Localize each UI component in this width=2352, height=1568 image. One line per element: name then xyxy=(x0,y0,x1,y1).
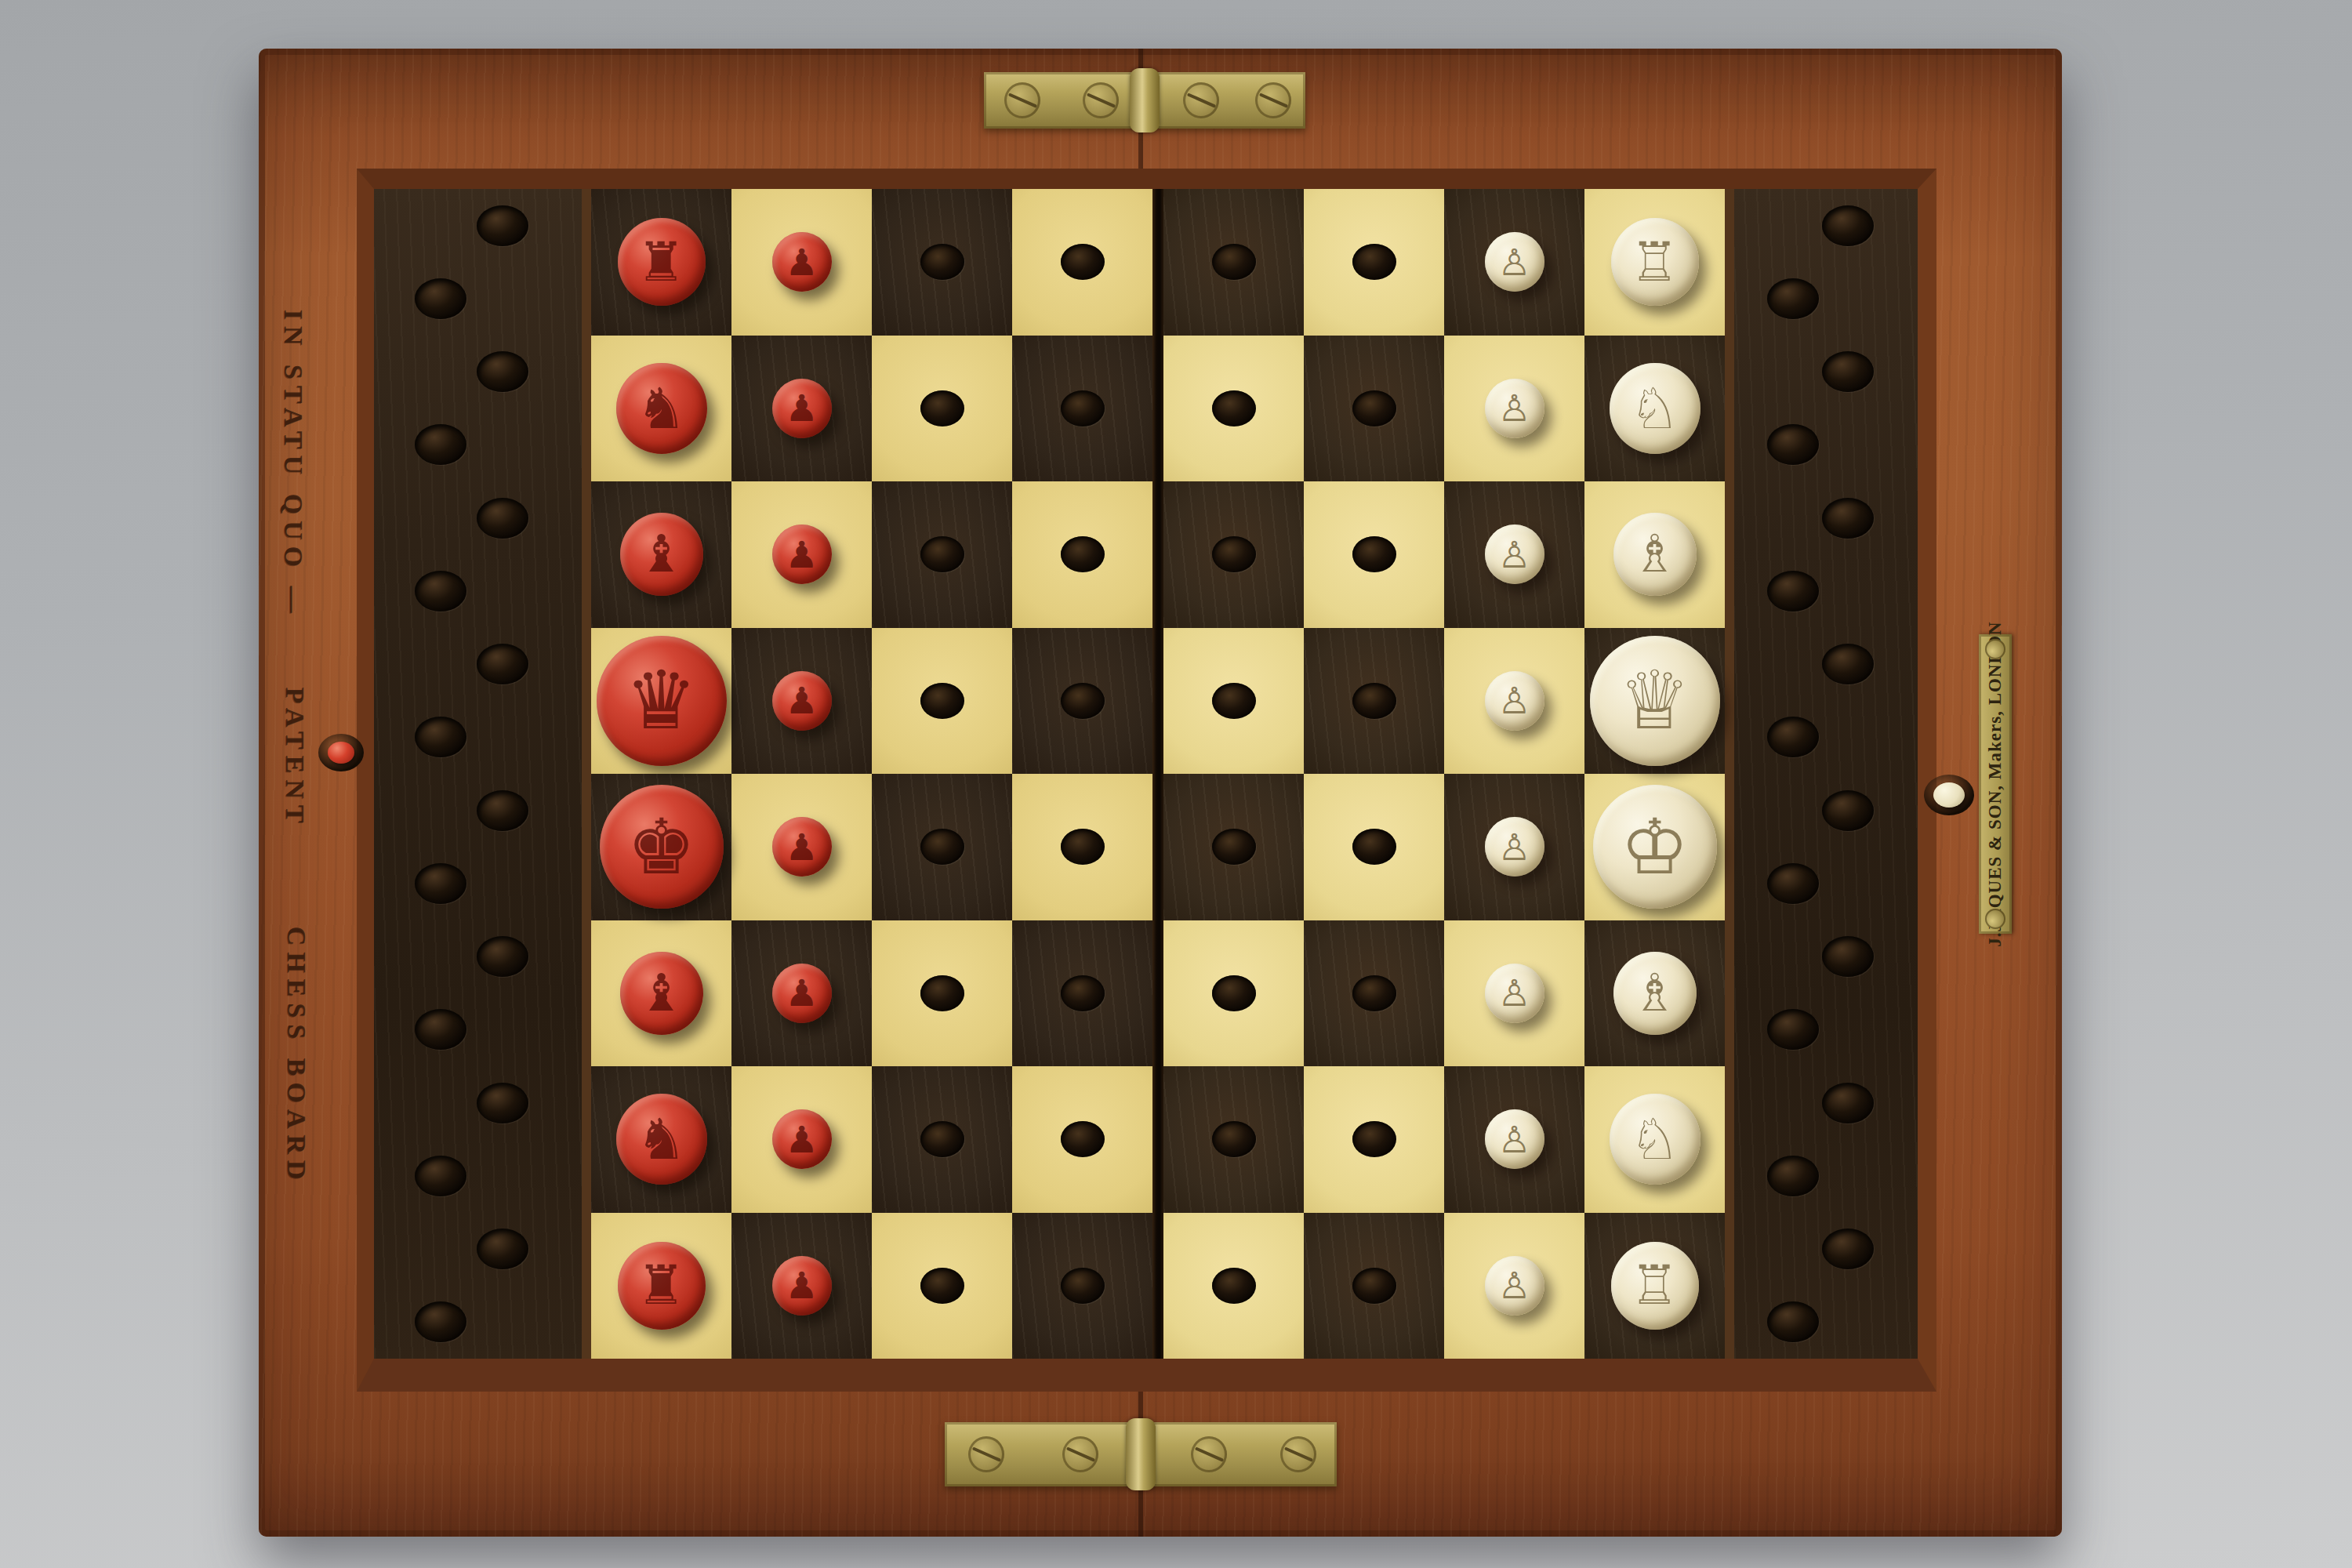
red-queen[interactable]: ♛ xyxy=(597,636,727,766)
peg-hole xyxy=(1061,683,1105,719)
storage-row xyxy=(1734,774,1918,847)
storage-hole xyxy=(415,863,466,904)
red-pawn[interactable]: ♟ xyxy=(772,817,832,877)
peg-hole xyxy=(920,244,964,280)
storage-row xyxy=(1734,847,1918,920)
white-pawn[interactable]: ♙ xyxy=(1485,964,1544,1023)
square-b4[interactable]: ♟ xyxy=(731,774,872,920)
board-well: ♜♟♞♟♝♟♛♟♚♟♝♟♞♟♜♟ ♙♖♙♘♙♗♙♕♙♔♙♗♙♘♙♖ xyxy=(357,169,1936,1392)
piece-glyph: ♙ xyxy=(1497,1267,1530,1304)
red-bishop[interactable]: ♝ xyxy=(620,513,703,596)
stamp-in-statu-quo: IN STATU QUO — xyxy=(278,309,308,619)
storage-row xyxy=(374,481,582,554)
storage-row xyxy=(1734,1066,1918,1139)
piece-glyph: ♙ xyxy=(1497,682,1530,719)
hinge-screw xyxy=(1062,1436,1098,1472)
storage-hole xyxy=(1767,1009,1819,1050)
piece-glyph: ♙ xyxy=(1497,829,1530,866)
storage-hole xyxy=(415,1156,466,1196)
storage-hole xyxy=(477,644,528,684)
storage-hole xyxy=(415,717,466,757)
storage-hole xyxy=(1767,1156,1819,1196)
piece-glyph: ♙ xyxy=(1497,536,1530,573)
square-d7[interactable] xyxy=(1012,336,1152,482)
peg-hole xyxy=(1212,829,1256,865)
red-pawn[interactable]: ♟ xyxy=(772,671,832,731)
stamp-chess-board: CHESS BOARD xyxy=(281,927,311,1186)
storage-row xyxy=(1734,993,1918,1066)
square-e8[interactable] xyxy=(1163,189,1304,336)
storage-hole xyxy=(1822,351,1874,392)
peg-hole xyxy=(1061,244,1105,280)
makers-plaque: J.JAQUES & SON, Makers, LONDON xyxy=(1979,634,2012,934)
peg-hole xyxy=(1212,536,1256,572)
piece-glyph: ♟ xyxy=(785,975,818,1011)
red-pawn[interactable]: ♟ xyxy=(772,379,832,438)
square-g6[interactable]: ♙ xyxy=(1444,481,1584,628)
storage-hole xyxy=(415,1301,466,1342)
storage-hole xyxy=(1767,1301,1819,1342)
white-pawn[interactable]: ♙ xyxy=(1485,817,1544,877)
piece-glyph: ♙ xyxy=(1497,1121,1530,1158)
square-g7[interactable]: ♙ xyxy=(1444,336,1584,482)
piece-glyph: ♟ xyxy=(785,1267,818,1304)
storage-hole xyxy=(1767,278,1819,319)
piece-glyph: ♙ xyxy=(1497,244,1530,281)
piece-glyph: ♔ xyxy=(1621,808,1690,885)
square-d6[interactable] xyxy=(1012,481,1152,628)
square-g1[interactable]: ♙ xyxy=(1444,1213,1584,1359)
storage-hole xyxy=(477,1083,528,1123)
hinge-screw xyxy=(1191,1436,1227,1472)
white-knight[interactable]: ♘ xyxy=(1610,1094,1700,1185)
storage-row xyxy=(1734,1286,1918,1359)
storage-strip-left xyxy=(374,189,591,1359)
leaf-hinge-seam xyxy=(1152,189,1163,1359)
peg-hole xyxy=(1061,1121,1105,1157)
square-f3[interactable] xyxy=(1304,920,1444,1067)
square-f5[interactable] xyxy=(1304,628,1444,775)
storage-hole xyxy=(1822,1083,1874,1123)
square-f1[interactable] xyxy=(1304,1213,1444,1359)
piece-glyph: ♜ xyxy=(637,1258,686,1312)
piece-glyph: ♟ xyxy=(785,682,818,719)
storage-hole xyxy=(1767,863,1819,904)
square-d5[interactable] xyxy=(1012,628,1152,775)
square-b5[interactable]: ♟ xyxy=(731,628,872,775)
hinge-screw xyxy=(1004,82,1040,118)
square-f7[interactable] xyxy=(1304,336,1444,482)
storage-row xyxy=(1734,1139,1918,1212)
square-a6[interactable]: ♝ xyxy=(591,481,731,628)
peg-hole xyxy=(920,975,964,1011)
storage-hole xyxy=(1767,717,1819,757)
square-b2[interactable]: ♟ xyxy=(731,1066,872,1213)
peg-hole xyxy=(920,829,964,865)
hinge-knuckle xyxy=(1126,1418,1156,1490)
storage-row xyxy=(374,993,582,1066)
square-b1[interactable]: ♟ xyxy=(731,1213,872,1359)
square-h7[interactable]: ♘ xyxy=(1584,336,1725,482)
piece-glyph: ♙ xyxy=(1497,390,1530,426)
storage-hole xyxy=(1767,424,1819,465)
square-h8[interactable]: ♖ xyxy=(1584,189,1725,336)
storage-row xyxy=(1734,554,1918,627)
peg-hole xyxy=(920,1121,964,1157)
piece-glyph: ♙ xyxy=(1497,975,1530,1011)
white-pawn[interactable]: ♙ xyxy=(1485,671,1544,731)
white-king[interactable]: ♔ xyxy=(1593,785,1717,909)
storage-row xyxy=(374,408,582,481)
piece-glyph: ♖ xyxy=(1631,235,1679,289)
square-d2[interactable] xyxy=(1012,1066,1152,1213)
peg-hole xyxy=(1352,390,1396,426)
square-c7[interactable] xyxy=(872,336,1012,482)
piece-glyph: ♕ xyxy=(1618,660,1690,741)
peg-hole xyxy=(1352,536,1396,572)
piece-glyph: ♟ xyxy=(785,244,818,281)
left-leaf: ♜♟♞♟♝♟♛♟♚♟♝♟♞♟♜♟ xyxy=(591,189,1152,1359)
storage-row xyxy=(1734,701,1918,774)
square-c6[interactable] xyxy=(872,481,1012,628)
piece-glyph: ♟ xyxy=(785,536,818,573)
peg-hole xyxy=(1352,1121,1396,1157)
hinge-screw xyxy=(1183,82,1219,118)
peg-hole xyxy=(1061,975,1105,1011)
square-h2[interactable]: ♘ xyxy=(1584,1066,1725,1213)
peg-hole xyxy=(1212,244,1256,280)
storage-row xyxy=(1734,481,1918,554)
white-queen[interactable]: ♕ xyxy=(1590,636,1720,766)
peg-hole xyxy=(1212,390,1256,426)
square-e7[interactable] xyxy=(1163,336,1304,482)
red-peg[interactable] xyxy=(328,742,354,764)
plaque-screw xyxy=(1985,909,2005,929)
piece-glyph: ♗ xyxy=(1632,967,1678,1019)
red-rook[interactable]: ♜ xyxy=(618,218,706,306)
white-bishop[interactable]: ♗ xyxy=(1613,952,1697,1035)
storage-hole xyxy=(415,424,466,465)
storage-hole xyxy=(477,498,528,539)
peg-hole xyxy=(920,683,964,719)
piece-glyph: ♞ xyxy=(636,380,687,437)
square-f4[interactable] xyxy=(1304,774,1444,920)
storage-hole xyxy=(1822,790,1874,831)
white-rook[interactable]: ♖ xyxy=(1611,218,1699,306)
storage-hole xyxy=(1822,498,1874,539)
piece-glyph: ♟ xyxy=(785,829,818,866)
red-king[interactable]: ♚ xyxy=(600,785,724,909)
square-a8[interactable]: ♜ xyxy=(591,189,731,336)
storage-row xyxy=(1734,189,1918,262)
square-e6[interactable] xyxy=(1163,481,1304,628)
right-leaf: ♙♖♙♘♙♗♙♕♙♔♙♗♙♘♙♖ xyxy=(1163,189,1725,1359)
white-pawn[interactable]: ♙ xyxy=(1485,379,1544,438)
square-d1[interactable] xyxy=(1012,1213,1152,1359)
peg-hole xyxy=(1212,1268,1256,1304)
red-knight[interactable]: ♞ xyxy=(616,1094,707,1185)
red-pawn[interactable]: ♟ xyxy=(772,232,832,292)
square-g8[interactable]: ♙ xyxy=(1444,189,1584,336)
storage-hole xyxy=(415,1009,466,1050)
peg-hole xyxy=(1061,1268,1105,1304)
peg-hole xyxy=(1352,244,1396,280)
red-pawn[interactable]: ♟ xyxy=(772,964,832,1023)
square-h4[interactable]: ♔ xyxy=(1584,774,1725,920)
square-f2[interactable] xyxy=(1304,1066,1444,1213)
storage-row xyxy=(374,628,582,701)
storage-row xyxy=(1734,262,1918,335)
square-a3[interactable]: ♝ xyxy=(591,920,731,1067)
square-h1[interactable]: ♖ xyxy=(1584,1213,1725,1359)
brass-hinge-bottom xyxy=(945,1422,1337,1486)
peg-hole xyxy=(920,1268,964,1304)
hinge-screw xyxy=(1255,82,1291,118)
square-h6[interactable]: ♗ xyxy=(1584,481,1725,628)
storage-hole xyxy=(1822,936,1874,977)
stamp-patent: PATENT xyxy=(280,688,310,829)
square-e2[interactable] xyxy=(1163,1066,1304,1213)
square-b6[interactable]: ♟ xyxy=(731,481,872,628)
white-rook[interactable]: ♖ xyxy=(1611,1242,1699,1330)
piece-glyph: ♝ xyxy=(638,967,684,1019)
square-e1[interactable] xyxy=(1163,1213,1304,1359)
storage-hole xyxy=(1822,1229,1874,1269)
white-knight[interactable]: ♘ xyxy=(1610,363,1700,454)
peg-hole xyxy=(1352,829,1396,865)
brass-hinge-top xyxy=(984,72,1305,129)
piece-glyph: ♛ xyxy=(625,660,697,741)
storage-hole xyxy=(415,278,466,319)
square-h3[interactable]: ♗ xyxy=(1584,920,1725,1067)
folding-chess-box: ♜♟♞♟♝♟♛♟♚♟♝♟♞♟♜♟ ♙♖♙♘♙♗♙♕♙♔♙♗♙♘♙♖ IN STA… xyxy=(259,49,2062,1537)
hinge-screw xyxy=(1280,1436,1316,1472)
storage-row xyxy=(374,701,582,774)
storage-row xyxy=(374,1213,582,1286)
storage-hole xyxy=(1822,205,1874,246)
square-d3[interactable] xyxy=(1012,920,1152,1067)
white-pawn[interactable]: ♙ xyxy=(1485,1109,1544,1169)
red-knight[interactable]: ♞ xyxy=(616,363,707,454)
storage-strip-right xyxy=(1725,189,1918,1359)
peg-hole xyxy=(1352,1268,1396,1304)
storage-row xyxy=(374,847,582,920)
storage-hole xyxy=(477,351,528,392)
storage-hole xyxy=(477,936,528,977)
peg-hole xyxy=(1212,975,1256,1011)
peg-hole xyxy=(920,390,964,426)
piece-glyph: ♝ xyxy=(638,528,684,580)
square-g5[interactable]: ♙ xyxy=(1444,628,1584,775)
hinge-screw xyxy=(1083,82,1119,118)
storage-hole xyxy=(415,571,466,612)
peg-hole xyxy=(1212,683,1256,719)
piece-glyph: ♞ xyxy=(636,1111,687,1167)
piece-glyph: ♟ xyxy=(785,390,818,426)
square-a7[interactable]: ♞ xyxy=(591,336,731,482)
red-pawn[interactable]: ♟ xyxy=(772,1256,832,1316)
red-pawn[interactable]: ♟ xyxy=(772,1109,832,1169)
square-a5[interactable]: ♛ xyxy=(591,628,731,775)
peg-hole xyxy=(1352,975,1396,1011)
storage-row xyxy=(374,554,582,627)
square-b8[interactable]: ♟ xyxy=(731,189,872,336)
storage-row xyxy=(1734,628,1918,701)
storage-row xyxy=(374,1139,582,1212)
storage-row xyxy=(1734,920,1918,993)
square-a4[interactable]: ♚ xyxy=(591,774,731,920)
storage-hole xyxy=(1822,644,1874,684)
piece-glyph: ♘ xyxy=(1629,380,1680,437)
square-e3[interactable] xyxy=(1163,920,1304,1067)
square-b3[interactable]: ♟ xyxy=(731,920,872,1067)
square-a2[interactable]: ♞ xyxy=(591,1066,731,1213)
storage-row xyxy=(374,1286,582,1359)
red-rook[interactable]: ♜ xyxy=(618,1242,706,1330)
peg-hole xyxy=(1061,390,1105,426)
square-g4[interactable]: ♙ xyxy=(1444,774,1584,920)
storage-row xyxy=(374,1066,582,1139)
square-c4[interactable] xyxy=(872,774,1012,920)
storage-row xyxy=(374,336,582,408)
storage-hole xyxy=(477,1229,528,1269)
storage-hole xyxy=(1767,571,1819,612)
square-c5[interactable] xyxy=(872,628,1012,775)
square-c8[interactable] xyxy=(872,189,1012,336)
square-c3[interactable] xyxy=(872,920,1012,1067)
white-bishop[interactable]: ♗ xyxy=(1613,513,1697,596)
storage-row xyxy=(374,262,582,335)
storage-row xyxy=(374,920,582,993)
white-pawn[interactable]: ♙ xyxy=(1485,1256,1544,1316)
piece-glyph: ♗ xyxy=(1632,528,1678,580)
piece-glyph: ♚ xyxy=(627,808,696,885)
square-c1[interactable] xyxy=(872,1213,1012,1359)
storage-hole xyxy=(477,790,528,831)
square-e5[interactable] xyxy=(1163,628,1304,775)
plaque-text: J.JAQUES & SON, Makers, LONDON xyxy=(1985,621,2005,946)
white-pawn[interactable]: ♙ xyxy=(1485,232,1544,292)
plaque-screw xyxy=(1985,639,2005,659)
red-bishop[interactable]: ♝ xyxy=(620,952,703,1035)
hinge-screw xyxy=(968,1436,1004,1472)
square-d8[interactable] xyxy=(1012,189,1152,336)
square-d4[interactable] xyxy=(1012,774,1152,920)
piece-glyph: ♘ xyxy=(1629,1111,1680,1167)
square-g3[interactable]: ♙ xyxy=(1444,920,1584,1067)
storage-hole xyxy=(477,205,528,246)
square-g2[interactable]: ♙ xyxy=(1444,1066,1584,1213)
hinge-knuckle xyxy=(1130,68,1160,132)
peg-hole xyxy=(920,536,964,572)
storage-row xyxy=(1734,336,1918,408)
piece-glyph: ♟ xyxy=(785,1121,818,1158)
storage-row xyxy=(374,189,582,262)
piece-glyph: ♜ xyxy=(637,235,686,289)
square-b7[interactable]: ♟ xyxy=(731,336,872,482)
storage-row xyxy=(1734,1213,1918,1286)
square-h5[interactable]: ♕ xyxy=(1584,628,1725,775)
peg-hole xyxy=(1212,1121,1256,1157)
peg-hole xyxy=(1061,829,1105,865)
square-c2[interactable] xyxy=(872,1066,1012,1213)
storage-row xyxy=(374,774,582,847)
piece-glyph: ♖ xyxy=(1631,1258,1679,1312)
ivory-peg[interactable] xyxy=(1933,782,1965,808)
peg-hole xyxy=(1352,683,1396,719)
peg-hole xyxy=(1061,536,1105,572)
square-f6[interactable] xyxy=(1304,481,1444,628)
storage-row xyxy=(1734,408,1918,481)
square-f8[interactable] xyxy=(1304,189,1444,336)
square-a1[interactable]: ♜ xyxy=(591,1213,731,1359)
red-pawn[interactable]: ♟ xyxy=(772,524,832,584)
square-e4[interactable] xyxy=(1163,774,1304,920)
white-pawn[interactable]: ♙ xyxy=(1485,524,1544,584)
